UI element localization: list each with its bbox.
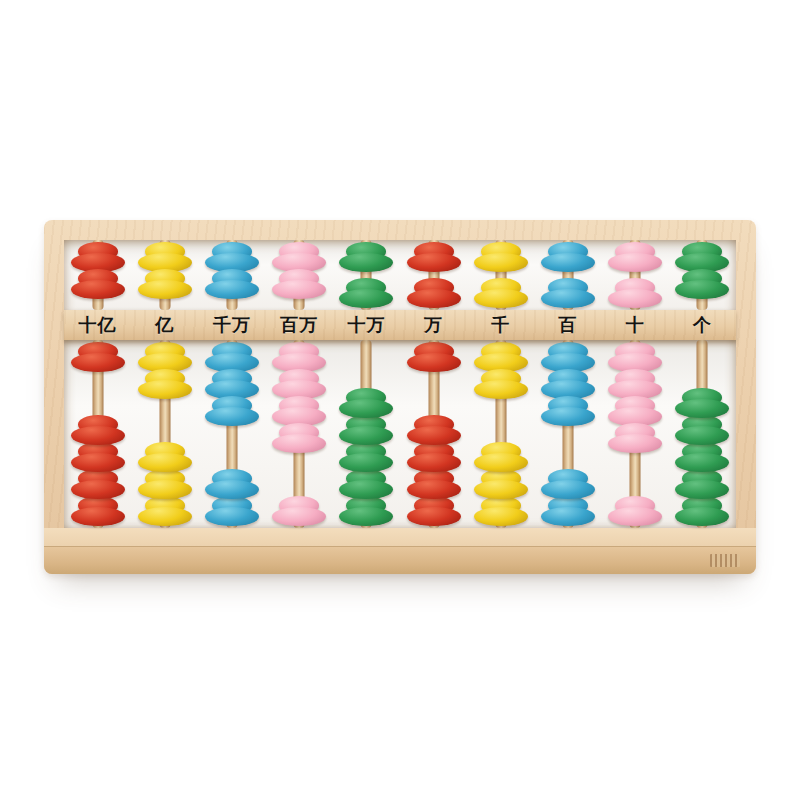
- rod-cell-个: [669, 240, 736, 310]
- place-label-ten-millions: 千万: [213, 313, 251, 337]
- abacus-bead-red[interactable]: [407, 242, 461, 272]
- beam-place-value-bar: 十亿 亿 千万 百万 十万 万 千 百 十 个: [64, 310, 736, 340]
- place-label-hundred-millions: 亿: [155, 313, 174, 337]
- bead-lower-bulge: [71, 280, 125, 299]
- abacus-board: 十亿 亿 千万 百万 十万 万 千 百 十 个: [44, 220, 756, 574]
- bead-lower-bulge: [407, 353, 461, 372]
- upper-deck-heaven-beads: [64, 240, 736, 310]
- abacus-bead-blue[interactable]: [541, 496, 595, 526]
- abacus-bead-green[interactable]: [675, 388, 729, 418]
- bead-lower-bulge: [675, 480, 729, 499]
- abacus-bead-yellow[interactable]: [474, 369, 528, 399]
- abacus-bead-blue[interactable]: [205, 496, 259, 526]
- bead-lower-bulge: [339, 507, 393, 526]
- abacus-bead-red[interactable]: [407, 469, 461, 499]
- abacus-bead-pink[interactable]: [272, 342, 326, 372]
- abacus-bead-green[interactable]: [675, 442, 729, 472]
- frame-bottom-rail-front-face: [44, 546, 756, 574]
- abacus-bead-red[interactable]: [71, 269, 125, 299]
- rod-cell-十亿: [64, 240, 131, 310]
- rod-cell-千万: [198, 240, 265, 310]
- rod-cell-千: [467, 340, 534, 528]
- abacus-bead-yellow[interactable]: [474, 469, 528, 499]
- abacus-bead-pink[interactable]: [608, 242, 662, 272]
- finger-joint-mark: [710, 554, 740, 567]
- place-label-ten-thousands: 万: [424, 313, 443, 337]
- abacus-bead-pink[interactable]: [272, 369, 326, 399]
- abacus-bead-pink[interactable]: [272, 496, 326, 526]
- abacus-bead-green[interactable]: [339, 496, 393, 526]
- rod-cell-万: [400, 340, 467, 528]
- bead-lower-bulge: [71, 453, 125, 472]
- abacus-bead-red[interactable]: [407, 442, 461, 472]
- abacus-bead-yellow[interactable]: [474, 496, 528, 526]
- bead-lower-bulge: [675, 453, 729, 472]
- bead-lower-bulge: [474, 453, 528, 472]
- abacus-bead-green[interactable]: [675, 242, 729, 272]
- abacus-bead-green[interactable]: [675, 415, 729, 445]
- bead-lower-bulge: [272, 280, 326, 299]
- abacus-bead-red[interactable]: [71, 342, 125, 372]
- bead-lower-bulge: [272, 507, 326, 526]
- lower-deck-earth-beads: [64, 340, 736, 528]
- abacus-bead-blue[interactable]: [541, 342, 595, 372]
- place-label-ones: 个: [693, 313, 712, 337]
- bead-lower-bulge: [71, 353, 125, 372]
- place-label-hundred-thousands: 十万: [347, 313, 385, 337]
- frame-bottom-rail-top-surface: [44, 528, 756, 546]
- abacus-bead-pink[interactable]: [608, 278, 662, 308]
- abacus-bead-green[interactable]: [339, 415, 393, 445]
- place-label-hundreds: 百: [558, 313, 577, 337]
- abacus-bead-pink[interactable]: [272, 423, 326, 453]
- bead-lower-bulge: [675, 399, 729, 418]
- abacus-bead-blue[interactable]: [205, 369, 259, 399]
- abacus-bead-blue[interactable]: [541, 369, 595, 399]
- abacus-bead-red[interactable]: [71, 442, 125, 472]
- abacus-bead-blue[interactable]: [541, 278, 595, 308]
- bead-lower-bulge: [675, 507, 729, 526]
- bead-lower-bulge: [608, 434, 662, 453]
- abacus-bead-yellow[interactable]: [474, 278, 528, 308]
- bead-lower-bulge: [339, 253, 393, 272]
- abacus-bead-red[interactable]: [71, 469, 125, 499]
- abacus-bead-blue[interactable]: [541, 396, 595, 426]
- bead-lower-bulge: [541, 253, 595, 272]
- bead-lower-bulge: [407, 480, 461, 499]
- bead-lower-bulge: [339, 453, 393, 472]
- rod-cell-百: [534, 340, 601, 528]
- place-label-millions: 百万: [280, 313, 318, 337]
- rod-cell-百万: [266, 340, 333, 528]
- bead-lower-bulge: [71, 480, 125, 499]
- place-label-tens: 十: [626, 313, 645, 337]
- abacus-bead-green[interactable]: [339, 469, 393, 499]
- bead-lower-bulge: [608, 289, 662, 308]
- bead-lower-bulge: [138, 453, 192, 472]
- abacus-bead-blue[interactable]: [205, 396, 259, 426]
- bead-lower-bulge: [608, 253, 662, 272]
- abacus-bead-green[interactable]: [339, 278, 393, 308]
- bead-lower-bulge: [205, 507, 259, 526]
- bead-lower-bulge: [205, 480, 259, 499]
- abacus-bead-blue[interactable]: [205, 342, 259, 372]
- bead-lower-bulge: [407, 453, 461, 472]
- bead-lower-bulge: [138, 280, 192, 299]
- bead-lower-bulge: [339, 426, 393, 445]
- bead-lower-bulge: [272, 434, 326, 453]
- abacus-bead-yellow[interactable]: [138, 269, 192, 299]
- abacus-bead-red[interactable]: [71, 496, 125, 526]
- bead-lower-bulge: [407, 289, 461, 308]
- rod-cell-千万: [198, 340, 265, 528]
- bead-lower-bulge: [407, 507, 461, 526]
- abacus-bead-pink[interactable]: [608, 496, 662, 526]
- abacus-bead-green[interactable]: [675, 469, 729, 499]
- abacus-bead-yellow[interactable]: [138, 496, 192, 526]
- place-label-billions: 十亿: [79, 313, 117, 337]
- abacus-bead-blue[interactable]: [541, 469, 595, 499]
- bead-lower-bulge: [138, 507, 192, 526]
- bead-lower-bulge: [474, 380, 528, 399]
- abacus-bead-green[interactable]: [675, 496, 729, 526]
- abacus-bead-yellow[interactable]: [138, 442, 192, 472]
- abacus-bead-red[interactable]: [407, 496, 461, 526]
- abacus-bead-yellow[interactable]: [474, 442, 528, 472]
- abacus-bead-green[interactable]: [339, 442, 393, 472]
- abacus-bead-red[interactable]: [71, 242, 125, 272]
- abacus-bead-blue[interactable]: [205, 269, 259, 299]
- rod-cell-百: [534, 240, 601, 310]
- bead-lower-bulge: [474, 507, 528, 526]
- abacus-bead-pink[interactable]: [608, 342, 662, 372]
- bead-lower-bulge: [474, 289, 528, 308]
- bead-lower-bulge: [608, 507, 662, 526]
- abacus-bead-yellow[interactable]: [138, 369, 192, 399]
- abacus-bead-yellow[interactable]: [138, 342, 192, 372]
- bead-lower-bulge: [541, 407, 595, 426]
- bead-lower-bulge: [138, 480, 192, 499]
- abacus-bead-pink[interactable]: [272, 396, 326, 426]
- bead-lower-bulge: [541, 289, 595, 308]
- rod-cell-十万: [333, 340, 400, 528]
- abacus-bead-yellow[interactable]: [474, 242, 528, 272]
- bead-lower-bulge: [339, 399, 393, 418]
- bead-lower-bulge: [71, 426, 125, 445]
- abacus-bead-green[interactable]: [675, 269, 729, 299]
- bead-lower-bulge: [205, 407, 259, 426]
- abacus-bead-yellow[interactable]: [138, 469, 192, 499]
- abacus-bead-blue[interactable]: [541, 242, 595, 272]
- rod-cell-十: [602, 240, 669, 310]
- abacus-bead-red[interactable]: [407, 278, 461, 308]
- abacus-inner-area: 十亿 亿 千万 百万 十万 万 千 百 十 个: [64, 240, 736, 528]
- abacus-bead-pink[interactable]: [272, 242, 326, 272]
- abacus-bead-yellow[interactable]: [474, 342, 528, 372]
- abacus-bead-red[interactable]: [71, 415, 125, 445]
- bead-lower-bulge: [138, 380, 192, 399]
- bead-lower-bulge: [205, 280, 259, 299]
- bead-lower-bulge: [474, 253, 528, 272]
- abacus-bead-blue[interactable]: [205, 242, 259, 272]
- bead-lower-bulge: [407, 426, 461, 445]
- abacus-bead-yellow[interactable]: [138, 242, 192, 272]
- rod-cell-个: [669, 340, 736, 528]
- bead-lower-bulge: [541, 480, 595, 499]
- rod-cell-十万: [333, 240, 400, 310]
- rod-cell-万: [400, 240, 467, 310]
- rod-cell-百万: [266, 240, 333, 310]
- bead-lower-bulge: [407, 253, 461, 272]
- rod-cell-十: [602, 340, 669, 528]
- abacus-bead-pink[interactable]: [608, 423, 662, 453]
- bead-lower-bulge: [541, 507, 595, 526]
- abacus-bead-green[interactable]: [339, 388, 393, 418]
- abacus-bead-green[interactable]: [339, 242, 393, 272]
- bead-lower-bulge: [339, 480, 393, 499]
- bead-lower-bulge: [339, 289, 393, 308]
- bead-lower-bulge: [71, 507, 125, 526]
- abacus-bead-red[interactable]: [407, 342, 461, 372]
- rod-cell-亿: [131, 240, 198, 310]
- abacus-bead-pink[interactable]: [608, 396, 662, 426]
- bead-lower-bulge: [474, 480, 528, 499]
- rod-cell-十亿: [64, 340, 131, 528]
- product-photo-background: 十亿 亿 千万 百万 十万 万 千 百 十 个: [0, 0, 800, 800]
- rod-cell-亿: [131, 340, 198, 528]
- abacus-bead-pink[interactable]: [272, 269, 326, 299]
- abacus-bead-blue[interactable]: [205, 469, 259, 499]
- abacus-bead-pink[interactable]: [608, 369, 662, 399]
- rod-cell-千: [467, 240, 534, 310]
- frame-bottom-rail: [44, 528, 756, 574]
- abacus-bead-red[interactable]: [407, 415, 461, 445]
- bead-lower-bulge: [675, 280, 729, 299]
- bead-lower-bulge: [675, 426, 729, 445]
- place-label-thousands: 千: [491, 313, 510, 337]
